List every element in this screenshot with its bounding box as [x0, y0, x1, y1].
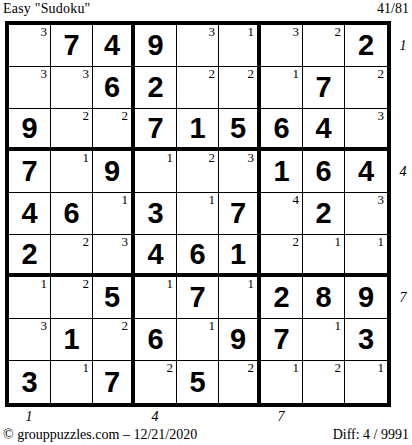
- pencil-mark: 2: [209, 151, 216, 165]
- given-digit: 2: [21, 240, 37, 269]
- cell-r8c5[interactable]: 1: [177, 319, 219, 361]
- cell-r8c3[interactable]: 2: [93, 319, 135, 361]
- pencil-mark: 2: [335, 25, 342, 39]
- cell-r4c1[interactable]: 7: [9, 151, 51, 193]
- cell-r9c1[interactable]: 3: [9, 361, 51, 403]
- cell-r6c9[interactable]: 1: [345, 235, 387, 277]
- given-digit: 2: [315, 199, 331, 228]
- given-digit: 2: [147, 73, 163, 102]
- pencil-mark: 1: [248, 277, 255, 291]
- cell-r3c7[interactable]: 6: [261, 109, 303, 151]
- cell-r2c1[interactable]: 3: [9, 67, 51, 109]
- cell-r9c4[interactable]: 2: [135, 361, 177, 403]
- pencil-mark: 3: [248, 151, 255, 165]
- cell-r4c5[interactable]: 2: [177, 151, 219, 193]
- cell-r6c8[interactable]: 1: [303, 235, 345, 277]
- pencil-mark: 1: [41, 277, 48, 291]
- cell-r2c3[interactable]: 6: [93, 67, 135, 109]
- cell-r5c7[interactable]: 4: [261, 193, 303, 235]
- cell-r1c3[interactable]: 4: [93, 25, 135, 67]
- cell-r9c5[interactable]: 5: [177, 361, 219, 403]
- cell-r4c7[interactable]: 1: [261, 151, 303, 193]
- cell-r8c7[interactable]: 7: [261, 319, 303, 361]
- cell-r5c1[interactable]: 4: [9, 193, 51, 235]
- pencil-mark: 3: [83, 67, 90, 81]
- pencil-mark: 2: [167, 361, 174, 375]
- cell-r1c9[interactable]: 2: [345, 25, 387, 67]
- cell-r5c5[interactable]: 1: [177, 193, 219, 235]
- cell-r1c4[interactable]: 9: [135, 25, 177, 67]
- given-digit: 9: [230, 325, 246, 354]
- cell-r5c4[interactable]: 3: [135, 193, 177, 235]
- cell-r6c3[interactable]: 3: [93, 235, 135, 277]
- given-digit: 2: [273, 283, 289, 312]
- cell-r7c6[interactable]: 1: [219, 277, 261, 319]
- pencil-mark: 2: [248, 67, 255, 81]
- cell-r6c2[interactable]: 2: [51, 235, 93, 277]
- cell-r9c2[interactable]: 1: [51, 361, 93, 403]
- pencil-mark: 2: [83, 109, 90, 123]
- given-digit: 1: [230, 240, 246, 269]
- pencil-mark: 1: [293, 67, 300, 81]
- col-label-4: 4: [148, 409, 162, 425]
- given-digit: 9: [104, 157, 120, 186]
- cell-r7c9[interactable]: 9: [345, 277, 387, 319]
- given-digit: 5: [104, 283, 120, 312]
- given-digit: 6: [104, 73, 120, 102]
- pencil-mark: 1: [335, 235, 342, 249]
- cell-r9c9[interactable]: 1: [345, 361, 387, 403]
- cell-r9c3[interactable]: 7: [93, 361, 135, 403]
- pencil-mark: 1: [122, 193, 129, 207]
- given-digit: 4: [147, 240, 163, 269]
- given-digit: 6: [189, 240, 205, 269]
- cell-r9c8[interactable]: 2: [303, 361, 345, 403]
- given-digit: 7: [104, 368, 120, 397]
- cell-r7c2[interactable]: 2: [51, 277, 93, 319]
- pencil-mark: 2: [248, 361, 255, 375]
- cell-r5c6[interactable]: 7: [219, 193, 261, 235]
- given-digit: 7: [21, 157, 37, 186]
- cell-r3c9[interactable]: 3: [345, 109, 387, 151]
- given-digit: 3: [21, 368, 37, 397]
- pencil-mark: 1: [167, 277, 174, 291]
- given-digit: 7: [63, 31, 79, 60]
- pencil-mark: 2: [83, 235, 90, 249]
- pencil-mark: 2: [209, 67, 216, 81]
- cell-r9c6[interactable]: 2: [219, 361, 261, 403]
- cell-r9c7[interactable]: 1: [261, 361, 303, 403]
- pencil-mark: 1: [167, 151, 174, 165]
- cell-r2c4[interactable]: 2: [135, 67, 177, 109]
- cell-r6c4[interactable]: 4: [135, 235, 177, 277]
- cell-r5c8[interactable]: 2: [303, 193, 345, 235]
- cell-r2c5[interactable]: 2: [177, 67, 219, 109]
- cell-r1c1[interactable]: 3: [9, 25, 51, 67]
- pencil-mark: 1: [335, 319, 342, 333]
- pencil-mark: 3: [41, 67, 48, 81]
- cell-r4c6[interactable]: 3: [219, 151, 261, 193]
- col-label-1: 1: [22, 409, 36, 425]
- given-digit: 9: [147, 31, 163, 60]
- cell-r3c4[interactable]: 7: [135, 109, 177, 151]
- row-label-1: 1: [396, 38, 410, 54]
- pencil-mark: 3: [378, 193, 385, 207]
- given-digit: 9: [21, 114, 37, 143]
- given-digit: 1: [273, 157, 289, 186]
- cell-r5c3[interactable]: 1: [93, 193, 135, 235]
- cell-r1c8[interactable]: 2: [303, 25, 345, 67]
- pencil-mark: 2: [122, 319, 129, 333]
- pencil-mark: 3: [41, 25, 48, 39]
- cell-r7c1[interactable]: 1: [9, 277, 51, 319]
- sudoku-page: Easy "Sudoku" 41/81 37493132233622217292…: [0, 0, 412, 445]
- cell-r1c6[interactable]: 1: [219, 25, 261, 67]
- cell-r2c6[interactable]: 2: [219, 67, 261, 109]
- given-digit: 1: [63, 325, 79, 354]
- cell-r8c4[interactable]: 6: [135, 319, 177, 361]
- cell-r4c2[interactable]: 1: [51, 151, 93, 193]
- given-digit: 5: [189, 368, 205, 397]
- cell-r3c1[interactable]: 9: [9, 109, 51, 151]
- given-digit: 7: [147, 114, 163, 143]
- cell-r4c9[interactable]: 4: [345, 151, 387, 193]
- cell-r3c6[interactable]: 5: [219, 109, 261, 151]
- given-digit: 7: [230, 199, 246, 228]
- pencil-mark: 3: [378, 109, 385, 123]
- cell-r7c3[interactable]: 5: [93, 277, 135, 319]
- col-label-7: 7: [274, 409, 288, 425]
- pencil-mark: 2: [335, 361, 342, 375]
- given-digit: 5: [230, 114, 246, 143]
- given-digit: 7: [315, 73, 331, 102]
- cell-r8c6[interactable]: 9: [219, 319, 261, 361]
- pencil-mark: 1: [378, 235, 385, 249]
- cell-r1c7[interactable]: 3: [261, 25, 303, 67]
- pencil-mark: 2: [293, 235, 300, 249]
- pencil-mark: 1: [293, 361, 300, 375]
- cell-r3c8[interactable]: 4: [303, 109, 345, 151]
- cell-r4c3[interactable]: 9: [93, 151, 135, 193]
- difficulty-text: Diff: 4 / 9991: [333, 427, 409, 443]
- pencil-mark: 1: [83, 151, 90, 165]
- cell-r3c5[interactable]: 1: [177, 109, 219, 151]
- given-digit: 4: [21, 199, 37, 228]
- given-digit: 7: [273, 325, 289, 354]
- pencil-mark: 1: [83, 361, 90, 375]
- pencil-mark: 2: [122, 109, 129, 123]
- cell-r6c1[interactable]: 2: [9, 235, 51, 277]
- given-digit: 4: [358, 157, 374, 186]
- cell-r4c8[interactable]: 6: [303, 151, 345, 193]
- cell-r8c9[interactable]: 3: [345, 319, 387, 361]
- pencil-mark: 3: [122, 235, 129, 249]
- given-digit: 4: [104, 31, 120, 60]
- cell-r2c8[interactable]: 7: [303, 67, 345, 109]
- given-digit: 6: [63, 199, 79, 228]
- copyright-text: © grouppuzzles.com – 12/21/2020: [3, 427, 197, 443]
- given-digit: 9: [358, 283, 374, 312]
- given-digit: 1: [189, 114, 205, 143]
- given-digit: 6: [147, 325, 163, 354]
- cell-r7c4[interactable]: 1: [135, 277, 177, 319]
- page-number: 41/81: [377, 1, 409, 17]
- pencil-mark: 4: [293, 193, 300, 207]
- cell-r7c8[interactable]: 8: [303, 277, 345, 319]
- pencil-mark: 1: [209, 319, 216, 333]
- sudoku-board: 3749313223362221729227156437191231644613…: [5, 21, 391, 407]
- pencil-mark: 2: [378, 67, 385, 81]
- cell-r1c5[interactable]: 3: [177, 25, 219, 67]
- cell-r1c2[interactable]: 7: [51, 25, 93, 67]
- cell-r8c1[interactable]: 3: [9, 319, 51, 361]
- cell-r2c7[interactable]: 1: [261, 67, 303, 109]
- cell-r6c5[interactable]: 6: [177, 235, 219, 277]
- pencil-mark: 3: [209, 25, 216, 39]
- pencil-mark: 2: [83, 277, 90, 291]
- row-label-7: 7: [396, 290, 410, 306]
- given-digit: 3: [358, 325, 374, 354]
- cell-r8c2[interactable]: 1: [51, 319, 93, 361]
- page-title: Easy "Sudoku": [3, 1, 91, 17]
- pencil-mark: 3: [41, 319, 48, 333]
- cell-r7c5[interactable]: 7: [177, 277, 219, 319]
- row-label-4: 4: [396, 164, 410, 180]
- given-digit: 8: [315, 283, 331, 312]
- cell-r7c7[interactable]: 2: [261, 277, 303, 319]
- cell-r3c3[interactable]: 2: [93, 109, 135, 151]
- cell-r4c4[interactable]: 1: [135, 151, 177, 193]
- given-digit: 3: [147, 199, 163, 228]
- pencil-mark: 1: [209, 193, 216, 207]
- pencil-mark: 1: [248, 25, 255, 39]
- given-digit: 2: [358, 31, 374, 60]
- given-digit: 7: [189, 283, 205, 312]
- cell-r6c7[interactable]: 2: [261, 235, 303, 277]
- given-digit: 6: [273, 114, 289, 143]
- given-digit: 4: [315, 114, 331, 143]
- cell-r3c2[interactable]: 2: [51, 109, 93, 151]
- cell-r5c2[interactable]: 6: [51, 193, 93, 235]
- pencil-mark: 1: [378, 361, 385, 375]
- cell-r2c2[interactable]: 3: [51, 67, 93, 109]
- pencil-mark: 3: [293, 25, 300, 39]
- cell-r2c9[interactable]: 2: [345, 67, 387, 109]
- cell-r6c6[interactable]: 1: [219, 235, 261, 277]
- cell-r8c8[interactable]: 1: [303, 319, 345, 361]
- cell-r5c9[interactable]: 3: [345, 193, 387, 235]
- given-digit: 6: [315, 157, 331, 186]
